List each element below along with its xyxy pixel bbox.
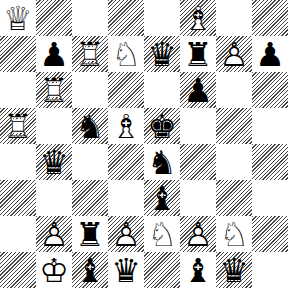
piece-white-bishop: ♗ [180, 0, 216, 36]
piece-white-queen: ♕ [0, 0, 36, 36]
piece-white-bishop: ♗ [108, 108, 144, 144]
piece-black-knight: ♞ [144, 144, 180, 180]
piece-black-queen: ♛ [108, 252, 144, 288]
square-g2[interactable]: ♞♘ [216, 216, 252, 252]
square-a5[interactable]: ♜♖ [0, 108, 36, 144]
square-e8[interactable] [144, 0, 180, 36]
square-h4[interactable] [252, 144, 288, 180]
square-a3[interactable] [0, 180, 36, 216]
square-h8[interactable] [252, 0, 288, 36]
square-e1[interactable] [144, 252, 180, 288]
square-a8[interactable]: ♛♕ [0, 0, 36, 36]
piece-black-bishop: ♝ [180, 252, 216, 288]
square-f8[interactable]: ♝♗ [180, 0, 216, 36]
piece-black-bishop: ♝ [72, 252, 108, 288]
piece-black-pawn: ♟ [36, 36, 72, 72]
piece-white-king: ♔ [36, 252, 72, 288]
square-h5[interactable] [252, 108, 288, 144]
square-c8[interactable] [72, 0, 108, 36]
piece-white-knight: ♘ [144, 216, 180, 252]
square-c4[interactable] [72, 144, 108, 180]
square-g1[interactable]: ♛♛ [216, 252, 252, 288]
square-b4[interactable]: ♛♛ [36, 144, 72, 180]
square-c7[interactable]: ♜♖ [72, 36, 108, 72]
piece-white-rook: ♖ [36, 72, 72, 108]
piece-white-pawn: ♙ [180, 216, 216, 252]
square-d3[interactable] [108, 180, 144, 216]
piece-white-pawn: ♙ [36, 216, 72, 252]
square-d4[interactable] [108, 144, 144, 180]
piece-black-pawn: ♟ [252, 36, 288, 72]
square-c6[interactable] [72, 72, 108, 108]
square-a6[interactable] [0, 72, 36, 108]
square-g3[interactable] [216, 180, 252, 216]
piece-white-rook: ♖ [0, 108, 36, 144]
square-f5[interactable] [180, 108, 216, 144]
square-f4[interactable] [180, 144, 216, 180]
piece-black-knight: ♞ [72, 108, 108, 144]
piece-black-rook: ♜ [72, 216, 108, 252]
piece-white-pawn: ♙ [216, 36, 252, 72]
square-e6[interactable] [144, 72, 180, 108]
square-g6[interactable] [216, 72, 252, 108]
square-g4[interactable] [216, 144, 252, 180]
square-d5[interactable]: ♝♗ [108, 108, 144, 144]
piece-white-knight: ♘ [216, 216, 252, 252]
square-e5[interactable]: ♚♚ [144, 108, 180, 144]
square-d6[interactable] [108, 72, 144, 108]
square-f6[interactable]: ♟♟ [180, 72, 216, 108]
square-h3[interactable] [252, 180, 288, 216]
square-a2[interactable] [0, 216, 36, 252]
square-c1[interactable]: ♝♝ [72, 252, 108, 288]
square-b6[interactable]: ♜♖ [36, 72, 72, 108]
square-b2[interactable]: ♟♙ [36, 216, 72, 252]
piece-black-rook: ♜ [180, 36, 216, 72]
square-b3[interactable] [36, 180, 72, 216]
square-d8[interactable] [108, 0, 144, 36]
square-h7[interactable]: ♟♟ [252, 36, 288, 72]
piece-white-rook: ♖ [72, 36, 108, 72]
square-a7[interactable] [0, 36, 36, 72]
square-b7[interactable]: ♟♟ [36, 36, 72, 72]
piece-black-king: ♚ [144, 108, 180, 144]
square-f2[interactable]: ♟♙ [180, 216, 216, 252]
piece-black-queen: ♛ [216, 252, 252, 288]
square-g7[interactable]: ♟♙ [216, 36, 252, 72]
square-f3[interactable] [180, 180, 216, 216]
square-c2[interactable]: ♜♜ [72, 216, 108, 252]
piece-black-queen: ♛ [144, 36, 180, 72]
square-a4[interactable] [0, 144, 36, 180]
piece-white-pawn: ♙ [108, 216, 144, 252]
piece-black-pawn: ♟ [180, 72, 216, 108]
square-d2[interactable]: ♟♙ [108, 216, 144, 252]
square-b8[interactable] [36, 0, 72, 36]
square-e2[interactable]: ♞♘ [144, 216, 180, 252]
square-e7[interactable]: ♛♛ [144, 36, 180, 72]
square-e3[interactable]: ♝♝ [144, 180, 180, 216]
square-f1[interactable]: ♝♝ [180, 252, 216, 288]
square-h2[interactable] [252, 216, 288, 252]
square-e4[interactable]: ♞♞ [144, 144, 180, 180]
piece-black-bishop: ♝ [144, 180, 180, 216]
square-h6[interactable] [252, 72, 288, 108]
square-d7[interactable]: ♞♘ [108, 36, 144, 72]
square-b1[interactable]: ♚♔ [36, 252, 72, 288]
piece-white-knight: ♘ [108, 36, 144, 72]
piece-black-queen: ♛ [36, 144, 72, 180]
square-c5[interactable]: ♞♞ [72, 108, 108, 144]
square-g5[interactable] [216, 108, 252, 144]
square-b5[interactable] [36, 108, 72, 144]
square-a1[interactable] [0, 252, 36, 288]
square-d1[interactable]: ♛♛ [108, 252, 144, 288]
square-f7[interactable]: ♜♜ [180, 36, 216, 72]
square-c3[interactable] [72, 180, 108, 216]
chess-board: ♛♕♝♗♟♟♜♖♞♘♛♛♜♜♟♙♟♟♜♖♟♟♜♖♞♞♝♗♚♚♛♛♞♞♝♝♟♙♜♜… [0, 0, 288, 288]
square-h1[interactable] [252, 252, 288, 288]
square-g8[interactable] [216, 0, 252, 36]
